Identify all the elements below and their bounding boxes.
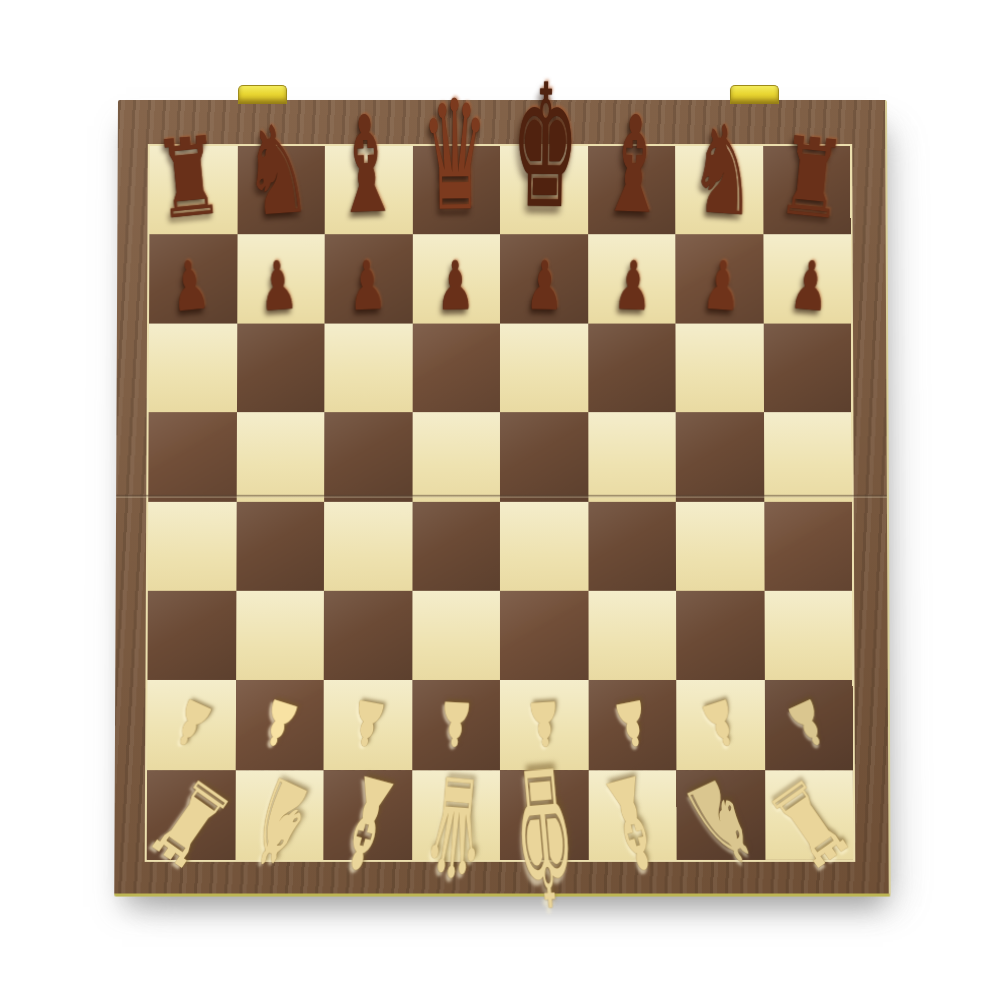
square-c5[interactable] [324,412,412,501]
square-b8[interactable]: ♞ [237,146,325,235]
piece-black-bishop-c8[interactable]: ♝ [330,97,402,233]
square-e6[interactable] [500,323,588,412]
square-h2[interactable]: ♟ [764,680,853,770]
square-d6[interactable] [412,323,500,412]
square-d1[interactable]: ♛ [412,770,500,860]
square-a6[interactable] [149,323,237,412]
piece-black-queen-d8[interactable]: ♛ [421,79,489,232]
piece-white-pawn-b2[interactable]: ♟ [253,689,306,758]
square-f8[interactable]: ♝ [588,146,676,235]
square-b3[interactable] [236,591,324,681]
piece-black-pawn-h7[interactable]: ♟ [788,251,832,322]
piece-black-pawn-g7[interactable]: ♟ [701,252,743,322]
square-d7[interactable]: ♟ [412,235,500,324]
square-a3[interactable] [147,591,235,681]
piece-white-knight-b1[interactable]: ♞ [228,757,330,888]
square-a2[interactable]: ♟ [147,680,236,770]
square-e3[interactable] [500,591,588,681]
square-h1[interactable]: ♜ [765,770,854,860]
square-a8[interactable]: ♜ [149,146,237,235]
square-c6[interactable] [324,323,412,412]
piece-white-knight-g1[interactable]: ♞ [670,757,772,888]
square-g8[interactable]: ♞ [675,146,763,235]
piece-black-pawn-c7[interactable]: ♟ [347,252,387,321]
square-c1[interactable]: ♝ [323,770,411,860]
square-b6[interactable] [236,323,324,412]
piece-black-king-e8[interactable]: ♚ [511,61,580,232]
square-c7[interactable]: ♟ [325,235,413,324]
square-b7[interactable]: ♟ [237,235,325,324]
piece-black-pawn-b7[interactable]: ♟ [257,252,299,322]
square-g5[interactable] [676,412,764,501]
square-h8[interactable]: ♜ [763,146,851,235]
piece-black-rook-a8[interactable]: ♜ [150,121,226,234]
square-g7[interactable]: ♟ [675,235,763,324]
square-g4[interactable] [676,501,764,590]
square-f7[interactable]: ♟ [588,235,676,324]
square-g6[interactable] [675,323,763,412]
square-d3[interactable] [412,591,500,681]
chess-board: ♜♞♝♛♚♝♞♜♟♟♟♟♟♟♟♟♟♟♟♟♟♟♟♟♜♞♝♛♚♝♞♜ [114,100,891,897]
square-a4[interactable] [148,501,236,590]
piece-black-pawn-e7[interactable]: ♟ [525,253,564,321]
piece-white-pawn-h2[interactable]: ♟ [780,688,838,759]
piece-black-pawn-d7[interactable]: ♟ [436,253,475,321]
square-f1[interactable]: ♝ [588,770,676,860]
square-g2[interactable]: ♟ [676,680,764,770]
photo-background: ♜♞♝♛♚♝♞♜♟♟♟♟♟♟♟♟♟♟♟♟♟♟♟♟♜♞♝♛♚♝♞♜ [0,0,1000,1000]
square-d4[interactable] [412,501,500,590]
piece-white-queen-d1[interactable]: ♛ [421,755,491,896]
square-a7[interactable]: ♟ [149,235,237,324]
square-f4[interactable] [588,501,676,590]
square-h7[interactable]: ♟ [763,235,851,324]
piece-white-pawn-a2[interactable]: ♟ [162,688,220,759]
square-e7[interactable]: ♟ [500,235,588,324]
square-a5[interactable] [148,412,236,501]
board-grid: ♜♞♝♛♚♝♞♜♟♟♟♟♟♟♟♟♟♟♟♟♟♟♟♟♜♞♝♛♚♝♞♜ [147,146,854,860]
square-c8[interactable]: ♝ [325,146,413,235]
square-g3[interactable] [676,591,764,681]
square-e8[interactable]: ♚ [500,146,588,235]
square-a1[interactable]: ♜ [147,770,236,860]
square-c4[interactable] [324,501,412,590]
square-h6[interactable] [763,323,851,412]
square-h3[interactable] [764,591,852,681]
square-h4[interactable] [764,501,852,590]
piece-white-pawn-g2[interactable]: ♟ [694,689,747,758]
square-b5[interactable] [236,412,324,501]
piece-black-pawn-f7[interactable]: ♟ [613,252,653,321]
square-e5[interactable] [500,412,588,501]
piece-black-knight-g8[interactable]: ♞ [686,107,760,234]
square-f6[interactable] [588,323,676,412]
piece-black-bishop-f8[interactable]: ♝ [598,97,670,233]
piece-white-bishop-c1[interactable]: ♝ [323,753,412,891]
square-c3[interactable] [324,591,412,681]
piece-black-pawn-a7[interactable]: ♟ [168,251,212,322]
square-e1[interactable]: ♚ [500,770,588,860]
square-h5[interactable] [764,412,852,501]
square-d5[interactable] [412,412,500,501]
square-d8[interactable]: ♛ [412,146,500,235]
piece-black-rook-h8[interactable]: ♜ [774,121,850,234]
square-f5[interactable] [588,412,676,501]
piece-white-bishop-f1[interactable]: ♝ [588,753,677,891]
square-f3[interactable] [588,591,676,681]
square-e4[interactable] [500,501,588,590]
square-b4[interactable] [236,501,324,590]
piece-black-knight-b8[interactable]: ♞ [240,107,314,234]
playing-area: ♜♞♝♛♚♝♞♜♟♟♟♟♟♟♟♟♟♟♟♟♟♟♟♟♜♞♝♛♚♝♞♜ [145,144,856,862]
